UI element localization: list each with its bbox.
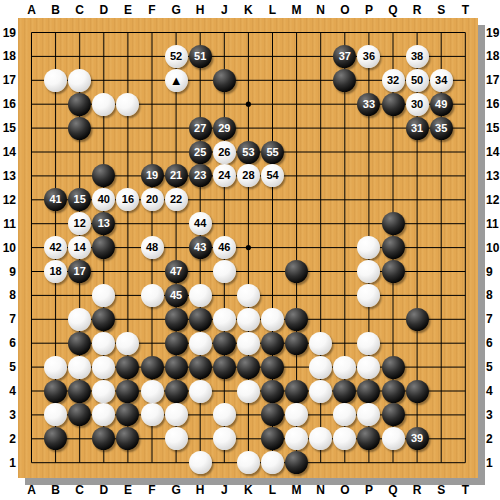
stone-black bbox=[382, 403, 405, 426]
stone-white-move-48: 48 bbox=[141, 236, 164, 259]
stone-white-move-34: 34 bbox=[430, 69, 453, 92]
stone-black-move-33: 33 bbox=[357, 93, 380, 116]
stone-black-move-35: 35 bbox=[430, 117, 453, 140]
col-label-top-P: P bbox=[361, 3, 377, 17]
stone-white bbox=[92, 93, 115, 116]
col-label-bottom-S: S bbox=[433, 483, 449, 497]
col-label-bottom-N: N bbox=[313, 483, 329, 497]
row-label-right-14: 14 bbox=[486, 145, 500, 159]
stone-white-move-44: 44 bbox=[189, 212, 212, 235]
stone-black bbox=[285, 332, 308, 355]
row-label-left-12: 12 bbox=[1, 193, 16, 207]
stone-white bbox=[357, 332, 380, 355]
star-point bbox=[246, 245, 251, 250]
row-label-left-1: 1 bbox=[1, 456, 16, 470]
col-label-bottom-B: B bbox=[48, 483, 64, 497]
stone-white bbox=[189, 451, 212, 474]
row-label-right-13: 13 bbox=[486, 169, 500, 183]
col-label-bottom-T: T bbox=[457, 483, 473, 497]
col-label-top-S: S bbox=[433, 3, 449, 17]
row-label-left-2: 2 bbox=[1, 432, 16, 446]
col-label-bottom-D: D bbox=[96, 483, 112, 497]
stone-white bbox=[165, 403, 188, 426]
row-label-right-17: 17 bbox=[486, 73, 500, 87]
stone-black-move-39: 39 bbox=[406, 427, 429, 450]
stone-white-move-52: 52 bbox=[165, 45, 188, 68]
stone-black bbox=[165, 356, 188, 379]
col-label-bottom-R: R bbox=[409, 483, 425, 497]
col-label-bottom-J: J bbox=[216, 483, 232, 497]
stone-white-move-38: 38 bbox=[406, 45, 429, 68]
stone-white bbox=[237, 332, 260, 355]
row-label-left-9: 9 bbox=[1, 265, 16, 279]
col-label-top-C: C bbox=[72, 3, 88, 17]
col-label-bottom-L: L bbox=[265, 483, 281, 497]
stone-black-move-23: 23 bbox=[189, 164, 212, 187]
col-label-bottom-M: M bbox=[289, 483, 305, 497]
stone-white bbox=[261, 308, 284, 331]
stone-white bbox=[92, 380, 115, 403]
col-label-bottom-Q: Q bbox=[385, 483, 401, 497]
stone-white bbox=[357, 356, 380, 379]
row-label-right-8: 8 bbox=[486, 288, 500, 302]
row-label-right-2: 2 bbox=[486, 432, 500, 446]
stone-black-move-27: 27 bbox=[189, 117, 212, 140]
col-label-top-J: J bbox=[216, 3, 232, 17]
row-label-left-6: 6 bbox=[1, 336, 16, 350]
row-label-left-13: 13 bbox=[1, 169, 16, 183]
col-label-bottom-G: G bbox=[168, 483, 184, 497]
col-label-bottom-O: O bbox=[337, 483, 353, 497]
stone-white bbox=[333, 356, 356, 379]
stone-black bbox=[213, 69, 236, 92]
stone-black bbox=[406, 380, 429, 403]
stone-white-move-22: 22 bbox=[165, 188, 188, 211]
stone-white bbox=[237, 451, 260, 474]
row-label-right-4: 4 bbox=[486, 384, 500, 398]
stone-white bbox=[237, 284, 260, 307]
row-label-left-10: 10 bbox=[1, 241, 16, 255]
stone-black bbox=[382, 356, 405, 379]
stone-white-move-18: 18 bbox=[44, 260, 67, 283]
stone-black bbox=[116, 356, 139, 379]
col-label-top-D: D bbox=[96, 3, 112, 17]
col-label-top-G: G bbox=[168, 3, 184, 17]
stone-white bbox=[68, 308, 91, 331]
col-label-top-F: F bbox=[144, 3, 160, 17]
stone-black bbox=[237, 356, 260, 379]
stone-white-move-46: 46 bbox=[213, 236, 236, 259]
col-label-top-L: L bbox=[265, 3, 281, 17]
stone-white-move-30: 30 bbox=[406, 93, 429, 116]
col-label-top-Q: Q bbox=[385, 3, 401, 17]
stone-black bbox=[44, 380, 67, 403]
col-label-top-H: H bbox=[192, 3, 208, 17]
row-label-right-6: 6 bbox=[486, 336, 500, 350]
row-label-left-18: 18 bbox=[1, 49, 16, 63]
stone-white bbox=[213, 427, 236, 450]
stone-white bbox=[92, 332, 115, 355]
col-label-top-A: A bbox=[24, 3, 40, 17]
stone-black bbox=[141, 356, 164, 379]
row-label-right-12: 12 bbox=[486, 193, 500, 207]
row-label-left-3: 3 bbox=[1, 408, 16, 422]
stone-black bbox=[189, 308, 212, 331]
stone-black bbox=[285, 380, 308, 403]
stone-black bbox=[382, 93, 405, 116]
col-label-bottom-E: E bbox=[120, 483, 136, 497]
row-label-right-19: 19 bbox=[486, 26, 500, 40]
row-label-left-7: 7 bbox=[1, 312, 16, 326]
stone-white bbox=[68, 69, 91, 92]
stone-white bbox=[116, 93, 139, 116]
col-label-top-K: K bbox=[240, 3, 256, 17]
stone-black bbox=[261, 356, 284, 379]
col-label-top-R: R bbox=[409, 3, 425, 17]
stone-black bbox=[68, 332, 91, 355]
stone-black-move-49: 49 bbox=[430, 93, 453, 116]
stone-white bbox=[141, 380, 164, 403]
col-label-top-B: B bbox=[48, 3, 64, 17]
stone-black bbox=[382, 260, 405, 283]
stone-black bbox=[333, 380, 356, 403]
stone-white bbox=[213, 308, 236, 331]
col-label-top-O: O bbox=[337, 3, 353, 17]
col-label-bottom-H: H bbox=[192, 483, 208, 497]
stone-black bbox=[382, 236, 405, 259]
col-label-bottom-K: K bbox=[240, 483, 256, 497]
stone-white bbox=[237, 308, 260, 331]
col-label-bottom-A: A bbox=[24, 483, 40, 497]
row-label-left-17: 17 bbox=[1, 73, 16, 87]
col-label-bottom-F: F bbox=[144, 483, 160, 497]
goban[interactable]: 5251373638▲32503433304927293135252653551… bbox=[18, 18, 478, 478]
stone-white bbox=[309, 380, 332, 403]
row-label-right-16: 16 bbox=[486, 97, 500, 111]
stone-black bbox=[382, 212, 405, 235]
stone-black-move-31: 31 bbox=[406, 117, 429, 140]
row-label-right-11: 11 bbox=[486, 217, 500, 231]
stone-white bbox=[68, 356, 91, 379]
row-label-right-15: 15 bbox=[486, 121, 500, 135]
row-label-right-1: 1 bbox=[486, 456, 500, 470]
row-label-left-16: 16 bbox=[1, 97, 16, 111]
row-label-right-18: 18 bbox=[486, 49, 500, 63]
stone-black-move-51: 51 bbox=[189, 45, 212, 68]
stone-black bbox=[357, 380, 380, 403]
row-label-left-8: 8 bbox=[1, 288, 16, 302]
stone-black-move-25: 25 bbox=[189, 141, 212, 164]
row-label-left-4: 4 bbox=[1, 384, 16, 398]
stone-black bbox=[261, 380, 284, 403]
stone-black-move-43: 43 bbox=[189, 236, 212, 259]
stone-black bbox=[213, 332, 236, 355]
stone-black-move-29: 29 bbox=[213, 117, 236, 140]
stone-white bbox=[165, 427, 188, 450]
stone-black bbox=[165, 332, 188, 355]
stone-black bbox=[333, 69, 356, 92]
stone-black bbox=[165, 380, 188, 403]
col-label-bottom-P: P bbox=[361, 483, 377, 497]
row-label-right-3: 3 bbox=[486, 408, 500, 422]
stone-black bbox=[68, 93, 91, 116]
stone-black-move-55: 55 bbox=[261, 141, 284, 164]
triangle-marker-icon: ▲ bbox=[165, 69, 188, 92]
stone-black bbox=[92, 308, 115, 331]
stone-white bbox=[141, 284, 164, 307]
stone-white-move-26: 26 bbox=[213, 141, 236, 164]
row-label-right-7: 7 bbox=[486, 312, 500, 326]
stone-black-move-47: 47 bbox=[165, 260, 188, 283]
stone-black bbox=[406, 308, 429, 331]
row-label-right-9: 9 bbox=[486, 265, 500, 279]
stone-white bbox=[213, 260, 236, 283]
col-label-top-E: E bbox=[120, 3, 136, 17]
stone-black bbox=[261, 332, 284, 355]
row-label-right-10: 10 bbox=[486, 241, 500, 255]
star-point bbox=[246, 102, 251, 107]
stone-black bbox=[116, 380, 139, 403]
kifu-page: ABCDEFGHJKLMNOPQRST ABCDEFGHJKLMNOPQRST … bbox=[0, 0, 500, 500]
stone-white bbox=[92, 356, 115, 379]
stone-white bbox=[382, 427, 405, 450]
row-label-left-15: 15 bbox=[1, 121, 16, 135]
row-label-right-5: 5 bbox=[486, 360, 500, 374]
stone-black bbox=[68, 380, 91, 403]
stone-black bbox=[285, 308, 308, 331]
stone-white bbox=[309, 356, 332, 379]
stone-black-move-19: 19 bbox=[141, 164, 164, 187]
stone-white bbox=[309, 332, 332, 355]
stone-white-move-50: 50 bbox=[406, 69, 429, 92]
stone-black bbox=[213, 356, 236, 379]
stone-white bbox=[44, 356, 67, 379]
stone-black-move-21: 21 bbox=[165, 164, 188, 187]
row-label-left-5: 5 bbox=[1, 360, 16, 374]
stone-black bbox=[68, 117, 91, 140]
stone-white bbox=[237, 380, 260, 403]
col-label-bottom-C: C bbox=[72, 483, 88, 497]
row-label-left-11: 11 bbox=[1, 217, 16, 231]
stone-white bbox=[189, 380, 212, 403]
stone-white-move-32: 32 bbox=[382, 69, 405, 92]
stone-white bbox=[116, 332, 139, 355]
col-label-top-T: T bbox=[457, 3, 473, 17]
col-label-top-N: N bbox=[313, 3, 329, 17]
stone-black-move-53: 53 bbox=[237, 141, 260, 164]
stone-white bbox=[44, 69, 67, 92]
stone-white bbox=[189, 284, 212, 307]
stone-white bbox=[141, 403, 164, 426]
stone-black-move-45: 45 bbox=[165, 284, 188, 307]
col-label-top-M: M bbox=[289, 3, 305, 17]
stone-black bbox=[165, 308, 188, 331]
row-label-left-14: 14 bbox=[1, 145, 16, 159]
stone-black bbox=[382, 380, 405, 403]
stone-black bbox=[189, 356, 212, 379]
stone-white-move-20: 20 bbox=[141, 188, 164, 211]
stone-black bbox=[285, 260, 308, 283]
stone-white: ▲ bbox=[165, 69, 188, 92]
stone-white bbox=[189, 332, 212, 355]
row-label-left-19: 19 bbox=[1, 26, 16, 40]
